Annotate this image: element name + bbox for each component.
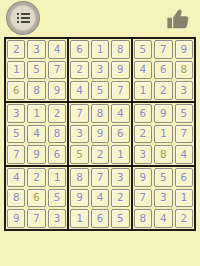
cell-r1c4[interactable]: 6 [70, 40, 88, 59]
cell-r4c7[interactable]: 6 [134, 104, 152, 123]
cell-r2c2[interactable]: 5 [27, 61, 45, 80]
cell-r6c2[interactable]: 9 [27, 145, 45, 164]
cell-r2c3[interactable]: 7 [48, 61, 66, 80]
cell-r8c8[interactable]: 3 [154, 189, 172, 208]
cell-r1c2[interactable]: 3 [27, 40, 45, 59]
cell-r6c1[interactable]: 7 [7, 145, 25, 164]
cell-r6c3[interactable]: 6 [48, 145, 66, 164]
cell-r2c6[interactable]: 9 [111, 61, 129, 80]
cell-r4c3[interactable]: 2 [48, 104, 66, 123]
cell-r3c5[interactable]: 5 [91, 81, 109, 100]
cell-r7c1[interactable]: 4 [7, 168, 25, 187]
cell-r9c9[interactable]: 2 [175, 209, 193, 228]
cell-r4c9[interactable]: 5 [175, 104, 193, 123]
cell-r7c8[interactable]: 5 [154, 168, 172, 187]
box-4: 312548796 [6, 103, 67, 165]
cell-r9c6[interactable]: 5 [111, 209, 129, 228]
cell-r8c5[interactable]: 4 [91, 189, 109, 208]
cell-r6c8[interactable]: 8 [154, 145, 172, 164]
cell-r6c7[interactable]: 3 [134, 145, 152, 164]
cell-r4c6[interactable]: 4 [111, 104, 129, 123]
cell-r7c7[interactable]: 9 [134, 168, 152, 187]
cell-r2c5[interactable]: 3 [91, 61, 109, 80]
box-2: 618239457 [69, 39, 130, 101]
box-5: 784396521 [69, 103, 130, 165]
cell-r7c2[interactable]: 2 [27, 168, 45, 187]
cell-r5c4[interactable]: 3 [70, 125, 88, 144]
cell-r9c7[interactable]: 8 [134, 209, 152, 228]
box-7: 421865973 [6, 167, 67, 229]
cell-r8c1[interactable]: 8 [7, 189, 25, 208]
cell-r3c8[interactable]: 2 [154, 81, 172, 100]
box-9: 956731842 [133, 167, 194, 229]
cell-r1c1[interactable]: 2 [7, 40, 25, 59]
cell-r6c9[interactable]: 4 [175, 145, 193, 164]
cell-r7c5[interactable]: 7 [91, 168, 109, 187]
cell-r7c6[interactable]: 3 [111, 168, 129, 187]
menu-button[interactable] [7, 2, 39, 34]
cell-r7c3[interactable]: 1 [48, 168, 66, 187]
cell-r3c7[interactable]: 1 [134, 81, 152, 100]
cell-r3c4[interactable]: 4 [70, 81, 88, 100]
cell-r1c7[interactable]: 5 [134, 40, 152, 59]
cell-r4c1[interactable]: 3 [7, 104, 25, 123]
cell-r5c7[interactable]: 2 [134, 125, 152, 144]
cell-r2c8[interactable]: 6 [154, 61, 172, 80]
cell-r8c4[interactable]: 9 [70, 189, 88, 208]
sudoku-board: 2341576896182394575794681233125487967843… [4, 37, 196, 231]
cell-r1c5[interactable]: 1 [91, 40, 109, 59]
cell-r9c8[interactable]: 4 [154, 209, 172, 228]
cell-r9c4[interactable]: 1 [70, 209, 88, 228]
cell-r2c4[interactable]: 2 [70, 61, 88, 80]
cell-r4c5[interactable]: 8 [91, 104, 109, 123]
cell-r9c3[interactable]: 3 [48, 209, 66, 228]
cell-r5c5[interactable]: 9 [91, 125, 109, 144]
cell-r4c8[interactable]: 9 [154, 104, 172, 123]
cell-r9c5[interactable]: 6 [91, 209, 109, 228]
box-8: 873942165 [69, 167, 130, 229]
cell-r4c4[interactable]: 7 [70, 104, 88, 123]
cell-r1c6[interactable]: 8 [111, 40, 129, 59]
cell-r5c6[interactable]: 6 [111, 125, 129, 144]
cell-r5c8[interactable]: 1 [154, 125, 172, 144]
cell-r1c9[interactable]: 9 [175, 40, 193, 59]
cell-r5c3[interactable]: 8 [48, 125, 66, 144]
cell-r7c9[interactable]: 6 [175, 168, 193, 187]
cell-r6c6[interactable]: 1 [111, 145, 129, 164]
cell-r5c9[interactable]: 7 [175, 125, 193, 144]
cell-r2c7[interactable]: 4 [134, 61, 152, 80]
cell-r6c4[interactable]: 5 [70, 145, 88, 164]
cell-r9c2[interactable]: 7 [27, 209, 45, 228]
cell-r6c5[interactable]: 2 [91, 145, 109, 164]
cell-r8c9[interactable]: 1 [175, 189, 193, 208]
cell-r3c6[interactable]: 7 [111, 81, 129, 100]
thumbs-up-icon [165, 5, 193, 33]
list-menu-icon [17, 13, 30, 15]
cell-r8c2[interactable]: 6 [27, 189, 45, 208]
box-6: 695217384 [133, 103, 194, 165]
top-bar [0, 0, 200, 36]
cell-r3c3[interactable]: 9 [48, 81, 66, 100]
cell-r2c1[interactable]: 1 [7, 61, 25, 80]
cell-r7c4[interactable]: 8 [70, 168, 88, 187]
cell-r5c1[interactable]: 5 [7, 125, 25, 144]
cell-r3c1[interactable]: 6 [7, 81, 25, 100]
thumbs-up-button[interactable] [163, 3, 193, 33]
box-3: 579468123 [133, 39, 194, 101]
cell-r3c2[interactable]: 8 [27, 81, 45, 100]
box-1: 234157689 [6, 39, 67, 101]
cell-r4c2[interactable]: 1 [27, 104, 45, 123]
cell-r9c1[interactable]: 9 [7, 209, 25, 228]
cell-r8c7[interactable]: 7 [134, 189, 152, 208]
cell-r1c3[interactable]: 4 [48, 40, 66, 59]
cell-r2c9[interactable]: 8 [175, 61, 193, 80]
cell-r1c8[interactable]: 7 [154, 40, 172, 59]
cell-r3c9[interactable]: 3 [175, 81, 193, 100]
cell-r5c2[interactable]: 4 [27, 125, 45, 144]
cell-r8c6[interactable]: 2 [111, 189, 129, 208]
cell-r8c3[interactable]: 5 [48, 189, 66, 208]
